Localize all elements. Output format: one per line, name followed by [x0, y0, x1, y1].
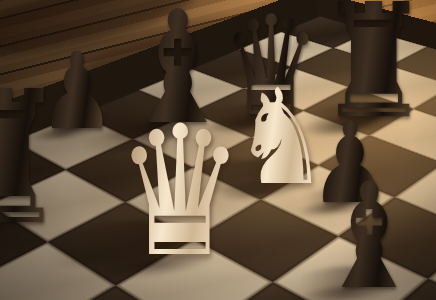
pieces-layer: ♟♝♛♜♞♟♛♝♜ [0, 0, 436, 300]
white-queen-d5[interactable]: ♛ [115, 102, 244, 282]
chess-3d-scene: ♟♝♛♜♞♟♛♝♜ [0, 0, 436, 300]
black-rook-a5[interactable]: ♜ [0, 66, 68, 250]
black-bishop-f4[interactable]: ♝ [317, 163, 422, 300]
